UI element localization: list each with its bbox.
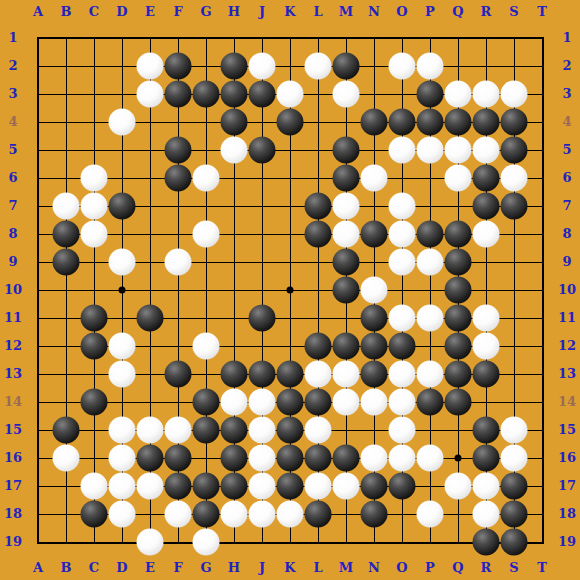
intersection-K18[interactable] [276, 500, 304, 528]
intersection-D11[interactable] [108, 304, 136, 332]
intersection-O16[interactable] [388, 444, 416, 472]
intersection-H17[interactable] [220, 472, 248, 500]
intersection-M18[interactable] [332, 500, 360, 528]
intersection-G10[interactable] [192, 276, 220, 304]
intersection-C19[interactable] [80, 528, 108, 556]
intersection-O1[interactable] [388, 24, 416, 52]
intersection-T2[interactable] [528, 52, 556, 80]
intersection-G14[interactable] [192, 388, 220, 416]
intersection-S16[interactable] [500, 444, 528, 472]
intersection-D18[interactable] [108, 500, 136, 528]
intersection-O3[interactable] [388, 80, 416, 108]
intersection-M13[interactable] [332, 360, 360, 388]
intersection-B15[interactable] [52, 416, 80, 444]
intersection-A16[interactable] [24, 444, 52, 472]
intersection-P15[interactable] [416, 416, 444, 444]
intersection-R11[interactable] [472, 304, 500, 332]
intersection-O7[interactable] [388, 192, 416, 220]
intersection-H14[interactable] [220, 388, 248, 416]
intersection-K19[interactable] [276, 528, 304, 556]
intersection-E18[interactable] [136, 500, 164, 528]
intersection-F12[interactable] [164, 332, 192, 360]
intersection-G8[interactable] [192, 220, 220, 248]
intersection-T10[interactable] [528, 276, 556, 304]
intersection-H9[interactable] [220, 248, 248, 276]
intersection-M9[interactable] [332, 248, 360, 276]
intersection-T13[interactable] [528, 360, 556, 388]
intersection-N2[interactable] [360, 52, 388, 80]
intersection-S17[interactable] [500, 472, 528, 500]
intersection-A8[interactable] [24, 220, 52, 248]
intersection-Q12[interactable] [444, 332, 472, 360]
intersection-B19[interactable] [52, 528, 80, 556]
intersection-S18[interactable] [500, 500, 528, 528]
intersection-R18[interactable] [472, 500, 500, 528]
intersection-A17[interactable] [24, 472, 52, 500]
intersection-F17[interactable] [164, 472, 192, 500]
intersection-A5[interactable] [24, 136, 52, 164]
intersection-P5[interactable] [416, 136, 444, 164]
intersection-F18[interactable] [164, 500, 192, 528]
intersection-B13[interactable] [52, 360, 80, 388]
intersection-Q2[interactable] [444, 52, 472, 80]
intersection-M1[interactable] [332, 24, 360, 52]
intersection-O12[interactable] [388, 332, 416, 360]
intersection-K13[interactable] [276, 360, 304, 388]
intersection-T14[interactable] [528, 388, 556, 416]
intersection-B1[interactable] [52, 24, 80, 52]
intersection-O10[interactable] [388, 276, 416, 304]
intersection-J13[interactable] [248, 360, 276, 388]
intersection-T8[interactable] [528, 220, 556, 248]
intersection-J15[interactable] [248, 416, 276, 444]
intersection-S4[interactable] [500, 108, 528, 136]
intersection-D1[interactable] [108, 24, 136, 52]
intersection-H2[interactable] [220, 52, 248, 80]
intersection-F6[interactable] [164, 164, 192, 192]
intersection-C14[interactable] [80, 388, 108, 416]
intersection-M17[interactable] [332, 472, 360, 500]
intersection-J1[interactable] [248, 24, 276, 52]
intersection-A15[interactable] [24, 416, 52, 444]
intersection-J10[interactable] [248, 276, 276, 304]
intersection-P10[interactable] [416, 276, 444, 304]
intersection-R14[interactable] [472, 388, 500, 416]
intersection-E15[interactable] [136, 416, 164, 444]
intersection-K17[interactable] [276, 472, 304, 500]
intersection-F10[interactable] [164, 276, 192, 304]
intersection-H6[interactable] [220, 164, 248, 192]
intersection-P9[interactable] [416, 248, 444, 276]
intersection-B5[interactable] [52, 136, 80, 164]
intersection-C4[interactable] [80, 108, 108, 136]
intersection-M8[interactable] [332, 220, 360, 248]
intersection-T9[interactable] [528, 248, 556, 276]
intersection-A11[interactable] [24, 304, 52, 332]
intersection-L16[interactable] [304, 444, 332, 472]
intersection-P16[interactable] [416, 444, 444, 472]
intersection-G5[interactable] [192, 136, 220, 164]
intersection-C6[interactable] [80, 164, 108, 192]
intersection-Q5[interactable] [444, 136, 472, 164]
intersection-L10[interactable] [304, 276, 332, 304]
intersection-J19[interactable] [248, 528, 276, 556]
intersection-M14[interactable] [332, 388, 360, 416]
intersection-E8[interactable] [136, 220, 164, 248]
intersection-Q7[interactable] [444, 192, 472, 220]
intersection-R9[interactable] [472, 248, 500, 276]
intersection-N13[interactable] [360, 360, 388, 388]
intersection-C3[interactable] [80, 80, 108, 108]
intersection-C11[interactable] [80, 304, 108, 332]
intersection-M10[interactable] [332, 276, 360, 304]
intersection-J18[interactable] [248, 500, 276, 528]
intersection-K3[interactable] [276, 80, 304, 108]
intersection-L11[interactable] [304, 304, 332, 332]
intersection-N17[interactable] [360, 472, 388, 500]
intersection-S9[interactable] [500, 248, 528, 276]
intersection-H15[interactable] [220, 416, 248, 444]
intersection-E14[interactable] [136, 388, 164, 416]
intersection-F15[interactable] [164, 416, 192, 444]
intersection-R3[interactable] [472, 80, 500, 108]
intersection-T12[interactable] [528, 332, 556, 360]
intersection-D12[interactable] [108, 332, 136, 360]
intersection-N14[interactable] [360, 388, 388, 416]
intersection-C1[interactable] [80, 24, 108, 52]
intersection-D5[interactable] [108, 136, 136, 164]
intersection-N12[interactable] [360, 332, 388, 360]
intersection-G19[interactable] [192, 528, 220, 556]
intersection-N1[interactable] [360, 24, 388, 52]
intersection-E10[interactable] [136, 276, 164, 304]
intersection-A2[interactable] [24, 52, 52, 80]
intersection-B14[interactable] [52, 388, 80, 416]
intersection-R10[interactable] [472, 276, 500, 304]
intersection-T11[interactable] [528, 304, 556, 332]
intersection-C10[interactable] [80, 276, 108, 304]
intersection-G13[interactable] [192, 360, 220, 388]
intersection-J11[interactable] [248, 304, 276, 332]
intersection-S11[interactable] [500, 304, 528, 332]
intersection-B16[interactable] [52, 444, 80, 472]
intersection-L2[interactable] [304, 52, 332, 80]
intersection-R2[interactable] [472, 52, 500, 80]
intersection-K2[interactable] [276, 52, 304, 80]
intersection-G9[interactable] [192, 248, 220, 276]
intersection-C17[interactable] [80, 472, 108, 500]
intersection-H3[interactable] [220, 80, 248, 108]
intersection-S10[interactable] [500, 276, 528, 304]
intersection-G18[interactable] [192, 500, 220, 528]
intersection-Q6[interactable] [444, 164, 472, 192]
intersection-H12[interactable] [220, 332, 248, 360]
intersection-P2[interactable] [416, 52, 444, 80]
intersection-E3[interactable] [136, 80, 164, 108]
intersection-L1[interactable] [304, 24, 332, 52]
intersection-L19[interactable] [304, 528, 332, 556]
intersection-E7[interactable] [136, 192, 164, 220]
intersection-J17[interactable] [248, 472, 276, 500]
intersection-E2[interactable] [136, 52, 164, 80]
intersection-M19[interactable] [332, 528, 360, 556]
intersection-H4[interactable] [220, 108, 248, 136]
intersection-Q16[interactable] [444, 444, 472, 472]
intersection-Q17[interactable] [444, 472, 472, 500]
intersection-H8[interactable] [220, 220, 248, 248]
intersection-F14[interactable] [164, 388, 192, 416]
intersection-E5[interactable] [136, 136, 164, 164]
intersection-K11[interactable] [276, 304, 304, 332]
intersection-H1[interactable] [220, 24, 248, 52]
intersection-R4[interactable] [472, 108, 500, 136]
intersection-P17[interactable] [416, 472, 444, 500]
intersection-C12[interactable] [80, 332, 108, 360]
intersection-J16[interactable] [248, 444, 276, 472]
intersection-B3[interactable] [52, 80, 80, 108]
intersection-P4[interactable] [416, 108, 444, 136]
intersection-P18[interactable] [416, 500, 444, 528]
intersection-B8[interactable] [52, 220, 80, 248]
intersection-M7[interactable] [332, 192, 360, 220]
intersection-F7[interactable] [164, 192, 192, 220]
intersection-B12[interactable] [52, 332, 80, 360]
intersection-S13[interactable] [500, 360, 528, 388]
intersection-B9[interactable] [52, 248, 80, 276]
intersection-S15[interactable] [500, 416, 528, 444]
intersection-A18[interactable] [24, 500, 52, 528]
intersection-F3[interactable] [164, 80, 192, 108]
intersection-O17[interactable] [388, 472, 416, 500]
intersection-D17[interactable] [108, 472, 136, 500]
intersection-L9[interactable] [304, 248, 332, 276]
intersection-D19[interactable] [108, 528, 136, 556]
intersection-R19[interactable] [472, 528, 500, 556]
intersection-S14[interactable] [500, 388, 528, 416]
intersection-Q4[interactable] [444, 108, 472, 136]
intersection-Q18[interactable] [444, 500, 472, 528]
intersection-E1[interactable] [136, 24, 164, 52]
intersection-Q13[interactable] [444, 360, 472, 388]
intersection-P3[interactable] [416, 80, 444, 108]
intersection-D15[interactable] [108, 416, 136, 444]
intersection-R6[interactable] [472, 164, 500, 192]
intersection-A9[interactable] [24, 248, 52, 276]
intersection-F4[interactable] [164, 108, 192, 136]
intersection-L5[interactable] [304, 136, 332, 164]
intersection-C18[interactable] [80, 500, 108, 528]
intersection-B7[interactable] [52, 192, 80, 220]
intersection-B17[interactable] [52, 472, 80, 500]
intersection-T16[interactable] [528, 444, 556, 472]
intersection-K7[interactable] [276, 192, 304, 220]
intersection-D16[interactable] [108, 444, 136, 472]
intersection-Q8[interactable] [444, 220, 472, 248]
intersection-L17[interactable] [304, 472, 332, 500]
intersection-M4[interactable] [332, 108, 360, 136]
intersection-D8[interactable] [108, 220, 136, 248]
intersection-O5[interactable] [388, 136, 416, 164]
intersection-J9[interactable] [248, 248, 276, 276]
intersection-C8[interactable] [80, 220, 108, 248]
intersection-Q11[interactable] [444, 304, 472, 332]
intersection-G3[interactable] [192, 80, 220, 108]
intersection-T17[interactable] [528, 472, 556, 500]
intersection-C2[interactable] [80, 52, 108, 80]
intersection-F1[interactable] [164, 24, 192, 52]
intersection-M5[interactable] [332, 136, 360, 164]
intersection-N3[interactable] [360, 80, 388, 108]
intersection-N9[interactable] [360, 248, 388, 276]
intersection-T1[interactable] [528, 24, 556, 52]
intersection-N10[interactable] [360, 276, 388, 304]
intersection-L6[interactable] [304, 164, 332, 192]
intersection-B4[interactable] [52, 108, 80, 136]
intersection-S1[interactable] [500, 24, 528, 52]
intersection-P19[interactable] [416, 528, 444, 556]
intersection-B11[interactable] [52, 304, 80, 332]
intersection-E17[interactable] [136, 472, 164, 500]
intersection-N4[interactable] [360, 108, 388, 136]
intersection-E6[interactable] [136, 164, 164, 192]
intersection-A7[interactable] [24, 192, 52, 220]
intersection-K10[interactable] [276, 276, 304, 304]
intersection-K14[interactable] [276, 388, 304, 416]
intersection-G1[interactable] [192, 24, 220, 52]
intersection-L15[interactable] [304, 416, 332, 444]
intersection-G12[interactable] [192, 332, 220, 360]
intersection-S7[interactable] [500, 192, 528, 220]
intersection-O19[interactable] [388, 528, 416, 556]
intersection-O15[interactable] [388, 416, 416, 444]
intersection-H10[interactable] [220, 276, 248, 304]
intersection-A14[interactable] [24, 388, 52, 416]
intersection-H11[interactable] [220, 304, 248, 332]
intersection-E4[interactable] [136, 108, 164, 136]
intersection-K6[interactable] [276, 164, 304, 192]
intersection-J14[interactable] [248, 388, 276, 416]
intersection-E12[interactable] [136, 332, 164, 360]
intersection-T6[interactable] [528, 164, 556, 192]
intersection-S6[interactable] [500, 164, 528, 192]
intersection-E16[interactable] [136, 444, 164, 472]
intersection-T4[interactable] [528, 108, 556, 136]
intersection-M3[interactable] [332, 80, 360, 108]
intersection-O13[interactable] [388, 360, 416, 388]
intersection-D6[interactable] [108, 164, 136, 192]
intersection-B2[interactable] [52, 52, 80, 80]
intersection-P7[interactable] [416, 192, 444, 220]
intersection-N7[interactable] [360, 192, 388, 220]
intersection-G4[interactable] [192, 108, 220, 136]
intersection-H19[interactable] [220, 528, 248, 556]
intersection-P13[interactable] [416, 360, 444, 388]
intersection-L7[interactable] [304, 192, 332, 220]
intersection-G11[interactable] [192, 304, 220, 332]
intersection-R17[interactable] [472, 472, 500, 500]
intersection-E11[interactable] [136, 304, 164, 332]
intersection-C16[interactable] [80, 444, 108, 472]
intersection-S5[interactable] [500, 136, 528, 164]
intersection-O8[interactable] [388, 220, 416, 248]
intersection-Q15[interactable] [444, 416, 472, 444]
intersection-O11[interactable] [388, 304, 416, 332]
intersection-H5[interactable] [220, 136, 248, 164]
intersection-J12[interactable] [248, 332, 276, 360]
intersection-A13[interactable] [24, 360, 52, 388]
intersection-O2[interactable] [388, 52, 416, 80]
intersection-K15[interactable] [276, 416, 304, 444]
intersection-Q1[interactable] [444, 24, 472, 52]
intersection-C5[interactable] [80, 136, 108, 164]
intersection-H13[interactable] [220, 360, 248, 388]
intersection-F8[interactable] [164, 220, 192, 248]
intersection-B18[interactable] [52, 500, 80, 528]
intersection-N6[interactable] [360, 164, 388, 192]
intersection-A3[interactable] [24, 80, 52, 108]
intersection-G15[interactable] [192, 416, 220, 444]
intersection-F2[interactable] [164, 52, 192, 80]
intersection-Q10[interactable] [444, 276, 472, 304]
intersection-N18[interactable] [360, 500, 388, 528]
intersection-N11[interactable] [360, 304, 388, 332]
intersection-G17[interactable] [192, 472, 220, 500]
intersection-O6[interactable] [388, 164, 416, 192]
intersection-G16[interactable] [192, 444, 220, 472]
intersection-C9[interactable] [80, 248, 108, 276]
intersection-D2[interactable] [108, 52, 136, 80]
intersection-O4[interactable] [388, 108, 416, 136]
intersection-J3[interactable] [248, 80, 276, 108]
intersection-B10[interactable] [52, 276, 80, 304]
intersection-M2[interactable] [332, 52, 360, 80]
intersection-C15[interactable] [80, 416, 108, 444]
intersection-P14[interactable] [416, 388, 444, 416]
intersection-T5[interactable] [528, 136, 556, 164]
intersection-F5[interactable] [164, 136, 192, 164]
intersection-A1[interactable] [24, 24, 52, 52]
intersection-P6[interactable] [416, 164, 444, 192]
intersection-G2[interactable] [192, 52, 220, 80]
intersection-L8[interactable] [304, 220, 332, 248]
intersection-R8[interactable] [472, 220, 500, 248]
intersection-S8[interactable] [500, 220, 528, 248]
intersection-K1[interactable] [276, 24, 304, 52]
intersection-R12[interactable] [472, 332, 500, 360]
intersection-O14[interactable] [388, 388, 416, 416]
intersection-J6[interactable] [248, 164, 276, 192]
intersection-P11[interactable] [416, 304, 444, 332]
intersection-Q14[interactable] [444, 388, 472, 416]
intersection-R15[interactable] [472, 416, 500, 444]
intersection-A6[interactable] [24, 164, 52, 192]
intersection-G7[interactable] [192, 192, 220, 220]
intersection-N8[interactable] [360, 220, 388, 248]
intersection-R1[interactable] [472, 24, 500, 52]
intersection-K12[interactable] [276, 332, 304, 360]
intersection-B6[interactable] [52, 164, 80, 192]
intersection-E13[interactable] [136, 360, 164, 388]
intersection-P1[interactable] [416, 24, 444, 52]
intersection-G6[interactable] [192, 164, 220, 192]
intersection-S2[interactable] [500, 52, 528, 80]
intersection-J7[interactable] [248, 192, 276, 220]
intersection-N19[interactable] [360, 528, 388, 556]
intersection-Q3[interactable] [444, 80, 472, 108]
intersection-D9[interactable] [108, 248, 136, 276]
intersection-L4[interactable] [304, 108, 332, 136]
intersection-C7[interactable] [80, 192, 108, 220]
